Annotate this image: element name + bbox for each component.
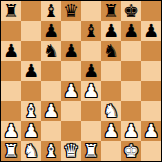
chess-board: ♜♝♛♜♚♟♝♟♟♟♟♞♟♞♟♟♟♟♝♟♞♟♟♟♟♟♜♞♝♛♜♚: [0, 0, 162, 162]
square-h5[interactable]: [141, 61, 161, 81]
black-king-piece[interactable]: ♚: [123, 1, 139, 21]
square-c6[interactable]: ♞: [41, 41, 61, 61]
black-pawn-piece[interactable]: ♟: [103, 21, 119, 41]
white-knight-piece[interactable]: ♞: [103, 101, 119, 121]
square-g8[interactable]: ♚: [121, 1, 141, 21]
square-a3[interactable]: [1, 101, 21, 121]
square-e6[interactable]: [81, 41, 101, 61]
black-rook-piece[interactable]: ♜: [103, 1, 119, 21]
white-pawn-piece[interactable]: ♟: [83, 81, 99, 101]
square-d4[interactable]: ♟: [61, 81, 81, 101]
white-rook-piece[interactable]: ♜: [83, 141, 99, 161]
square-f2[interactable]: ♟: [101, 121, 121, 141]
square-h1[interactable]: [141, 141, 161, 161]
white-king-piece[interactable]: ♚: [123, 141, 139, 161]
square-d7[interactable]: [61, 21, 81, 41]
square-h8[interactable]: [141, 1, 161, 21]
black-pawn-piece[interactable]: ♟: [63, 41, 79, 61]
square-f7[interactable]: ♟: [101, 21, 121, 41]
black-knight-piece[interactable]: ♞: [43, 41, 59, 61]
square-c1[interactable]: ♝: [41, 141, 61, 161]
square-b2[interactable]: ♟: [21, 121, 41, 141]
square-g4[interactable]: [121, 81, 141, 101]
black-queen-piece[interactable]: ♛: [63, 1, 79, 21]
square-a7[interactable]: [1, 21, 21, 41]
square-c3[interactable]: ♟: [41, 101, 61, 121]
square-h4[interactable]: [141, 81, 161, 101]
square-a8[interactable]: ♜: [1, 1, 21, 21]
white-knight-piece[interactable]: ♞: [23, 141, 39, 161]
square-c2[interactable]: [41, 121, 61, 141]
black-knight-piece[interactable]: ♞: [103, 41, 119, 61]
white-bishop-piece[interactable]: ♝: [43, 141, 59, 161]
square-d3[interactable]: [61, 101, 81, 121]
square-d2[interactable]: [61, 121, 81, 141]
square-f5[interactable]: [101, 61, 121, 81]
square-e1[interactable]: ♜: [81, 141, 101, 161]
black-rook-piece[interactable]: ♜: [3, 1, 19, 21]
white-pawn-piece[interactable]: ♟: [123, 121, 139, 141]
white-pawn-piece[interactable]: ♟: [3, 121, 19, 141]
white-queen-piece[interactable]: ♛: [63, 141, 79, 161]
square-f4[interactable]: [101, 81, 121, 101]
white-bishop-piece[interactable]: ♝: [23, 101, 39, 121]
square-e8[interactable]: [81, 1, 101, 21]
square-g2[interactable]: ♟: [121, 121, 141, 141]
square-f8[interactable]: ♜: [101, 1, 121, 21]
square-h7[interactable]: ♟: [141, 21, 161, 41]
square-g6[interactable]: [121, 41, 141, 61]
square-b1[interactable]: ♞: [21, 141, 41, 161]
black-pawn-piece[interactable]: ♟: [143, 21, 159, 41]
square-a4[interactable]: [1, 81, 21, 101]
square-d8[interactable]: ♛: [61, 1, 81, 21]
square-b6[interactable]: [21, 41, 41, 61]
black-pawn-piece[interactable]: ♟: [3, 41, 19, 61]
square-e7[interactable]: ♝: [81, 21, 101, 41]
square-b7[interactable]: [21, 21, 41, 41]
square-c7[interactable]: ♟: [41, 21, 61, 41]
square-c5[interactable]: [41, 61, 61, 81]
square-f1[interactable]: [101, 141, 121, 161]
square-e5[interactable]: ♟: [81, 61, 101, 81]
square-c4[interactable]: [41, 81, 61, 101]
square-g5[interactable]: [121, 61, 141, 81]
square-b5[interactable]: ♟: [21, 61, 41, 81]
black-pawn-piece[interactable]: ♟: [83, 61, 99, 81]
square-g7[interactable]: ♟: [121, 21, 141, 41]
black-pawn-piece[interactable]: ♟: [123, 21, 139, 41]
white-pawn-piece[interactable]: ♟: [23, 121, 39, 141]
white-pawn-piece[interactable]: ♟: [103, 121, 119, 141]
square-e2[interactable]: [81, 121, 101, 141]
white-pawn-piece[interactable]: ♟: [63, 81, 79, 101]
square-h2[interactable]: ♟: [141, 121, 161, 141]
square-f3[interactable]: ♞: [101, 101, 121, 121]
square-f6[interactable]: ♞: [101, 41, 121, 61]
square-d6[interactable]: ♟: [61, 41, 81, 61]
square-c8[interactable]: ♝: [41, 1, 61, 21]
square-b4[interactable]: [21, 81, 41, 101]
square-b8[interactable]: [21, 1, 41, 21]
black-bishop-piece[interactable]: ♝: [43, 1, 59, 21]
square-e3[interactable]: [81, 101, 101, 121]
square-b3[interactable]: ♝: [21, 101, 41, 121]
black-pawn-piece[interactable]: ♟: [23, 61, 39, 81]
square-d1[interactable]: ♛: [61, 141, 81, 161]
square-a1[interactable]: ♜: [1, 141, 21, 161]
white-pawn-piece[interactable]: ♟: [143, 121, 159, 141]
square-d5[interactable]: [61, 61, 81, 81]
white-pawn-piece[interactable]: ♟: [43, 101, 59, 121]
square-h3[interactable]: [141, 101, 161, 121]
black-pawn-piece[interactable]: ♟: [43, 21, 59, 41]
square-a6[interactable]: ♟: [1, 41, 21, 61]
square-a5[interactable]: [1, 61, 21, 81]
square-g1[interactable]: ♚: [121, 141, 141, 161]
square-a2[interactable]: ♟: [1, 121, 21, 141]
square-g3[interactable]: [121, 101, 141, 121]
square-e4[interactable]: ♟: [81, 81, 101, 101]
white-rook-piece[interactable]: ♜: [3, 141, 19, 161]
black-bishop-piece[interactable]: ♝: [83, 21, 99, 41]
square-h6[interactable]: [141, 41, 161, 61]
